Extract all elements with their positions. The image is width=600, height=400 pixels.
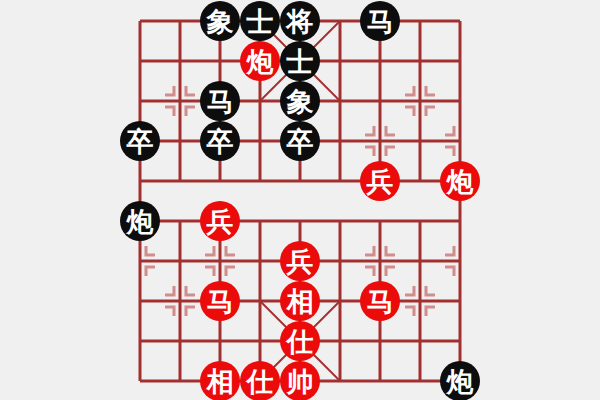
piece-red-elephant[interactable]: 相 <box>200 361 240 400</box>
piece-black-general[interactable]: 将 <box>280 1 320 41</box>
piece-black-advisor[interactable]: 士 <box>280 41 320 81</box>
piece-red-advisor[interactable]: 仕 <box>240 361 280 400</box>
piece-black-soldier[interactable]: 卒 <box>280 121 320 161</box>
piece-red-soldier[interactable]: 兵 <box>280 241 320 281</box>
piece-black-horse[interactable]: 马 <box>360 1 400 41</box>
piece-red-cannon[interactable]: 炮 <box>240 41 280 81</box>
piece-red-advisor[interactable]: 仕 <box>280 321 320 361</box>
piece-black-advisor[interactable]: 士 <box>240 1 280 41</box>
piece-red-cannon[interactable]: 炮 <box>440 161 480 201</box>
xiangqi-board[interactable]: 象士将马炮士马象卒卒卒兵炮炮兵兵马相马仕相仕帅炮 <box>120 1 480 400</box>
piece-red-horse[interactable]: 马 <box>200 281 240 321</box>
piece-red-general[interactable]: 帅 <box>280 361 320 400</box>
piece-red-horse[interactable]: 马 <box>360 281 400 321</box>
piece-black-elephant[interactable]: 象 <box>200 1 240 41</box>
piece-black-soldier[interactable]: 卒 <box>200 121 240 161</box>
piece-black-elephant[interactable]: 象 <box>280 81 320 121</box>
piece-black-cannon[interactable]: 炮 <box>120 201 160 241</box>
piece-black-soldier[interactable]: 卒 <box>120 121 160 161</box>
piece-red-soldier[interactable]: 兵 <box>360 161 400 201</box>
piece-black-cannon[interactable]: 炮 <box>440 361 480 400</box>
piece-red-elephant[interactable]: 相 <box>280 281 320 321</box>
piece-red-soldier[interactable]: 兵 <box>200 201 240 241</box>
piece-black-horse[interactable]: 马 <box>200 81 240 121</box>
pieces-layer: 象士将马炮士马象卒卒卒兵炮炮兵兵马相马仕相仕帅炮 <box>120 1 480 400</box>
